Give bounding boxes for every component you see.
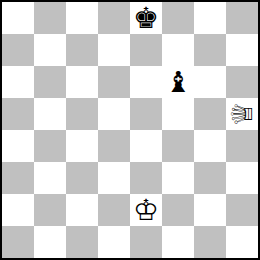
square-d3 xyxy=(98,162,130,194)
square-f4 xyxy=(162,130,194,162)
square-a7 xyxy=(2,34,34,66)
square-f5 xyxy=(162,98,194,130)
square-g7 xyxy=(194,34,226,66)
square-h7 xyxy=(226,34,258,66)
square-e4 xyxy=(130,130,162,162)
square-d5 xyxy=(98,98,130,130)
chessboard: ♚♝♕♔ xyxy=(0,0,260,260)
black-king: ♚ xyxy=(133,2,159,34)
square-a5 xyxy=(2,98,34,130)
square-c1 xyxy=(66,226,98,258)
square-g3 xyxy=(194,162,226,194)
square-a4 xyxy=(2,130,34,162)
square-e8: ♚ xyxy=(130,2,162,34)
square-b5 xyxy=(34,98,66,130)
square-d7 xyxy=(98,34,130,66)
square-a2 xyxy=(2,194,34,226)
white-queen: ♕ xyxy=(226,101,258,127)
square-a3 xyxy=(2,162,34,194)
square-b2 xyxy=(34,194,66,226)
square-a8 xyxy=(2,2,34,34)
square-c7 xyxy=(66,34,98,66)
square-e5 xyxy=(130,98,162,130)
square-g8 xyxy=(194,2,226,34)
square-a6 xyxy=(2,66,34,98)
square-h6 xyxy=(226,66,258,98)
square-h1 xyxy=(226,226,258,258)
chess-diagram: ♚♝♕♔ xyxy=(0,0,260,260)
square-b7 xyxy=(34,34,66,66)
square-c4 xyxy=(66,130,98,162)
square-b8 xyxy=(34,2,66,34)
square-d4 xyxy=(98,130,130,162)
square-c5 xyxy=(66,98,98,130)
square-d1 xyxy=(98,226,130,258)
square-h2 xyxy=(226,194,258,226)
square-e6 xyxy=(130,66,162,98)
white-king: ♔ xyxy=(133,194,159,226)
square-a1 xyxy=(2,226,34,258)
square-f3 xyxy=(162,162,194,194)
square-c2 xyxy=(66,194,98,226)
square-f2 xyxy=(162,194,194,226)
square-d2 xyxy=(98,194,130,226)
square-h8 xyxy=(226,2,258,34)
square-f8 xyxy=(162,2,194,34)
square-b1 xyxy=(34,226,66,258)
square-e2: ♔ xyxy=(130,194,162,226)
square-h4 xyxy=(226,130,258,162)
square-h3 xyxy=(226,162,258,194)
square-d8 xyxy=(98,2,130,34)
square-c6 xyxy=(66,66,98,98)
square-c8 xyxy=(66,2,98,34)
square-g5 xyxy=(194,98,226,130)
square-g6 xyxy=(194,66,226,98)
square-f1 xyxy=(162,226,194,258)
square-b3 xyxy=(34,162,66,194)
square-g1 xyxy=(194,226,226,258)
square-g2 xyxy=(194,194,226,226)
square-g4 xyxy=(194,130,226,162)
square-h5: ♕ xyxy=(226,98,258,130)
square-e1 xyxy=(130,226,162,258)
square-b6 xyxy=(34,66,66,98)
square-e7 xyxy=(130,34,162,66)
square-b4 xyxy=(34,130,66,162)
square-e3 xyxy=(130,162,162,194)
square-f6: ♝ xyxy=(162,66,194,98)
black-bishop: ♝ xyxy=(165,66,191,98)
square-f7 xyxy=(162,34,194,66)
square-c3 xyxy=(66,162,98,194)
square-d6 xyxy=(98,66,130,98)
